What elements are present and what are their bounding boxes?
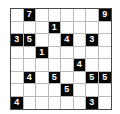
empty-cell-r2c3[interactable]	[36, 22, 49, 35]
empty-cell-r4c8[interactable]	[99, 47, 112, 60]
clue-cell-r8c7: 3	[86, 97, 99, 110]
empty-cell-r5c2[interactable]	[24, 59, 37, 72]
empty-cell-r1c1[interactable]	[11, 9, 24, 22]
empty-cell-r1c5[interactable]	[61, 9, 74, 22]
empty-cell-r5c1[interactable]	[11, 59, 24, 72]
clue-cell-r3c5: 4	[61, 34, 74, 47]
empty-cell-r2c2[interactable]	[24, 22, 37, 35]
empty-cell-r5c7[interactable]	[86, 59, 99, 72]
empty-cell-r8c6[interactable]	[74, 97, 87, 110]
clue-cell-r6c8: 5	[99, 72, 112, 85]
empty-cell-r2c6[interactable]	[74, 22, 87, 35]
empty-cell-r4c5[interactable]	[61, 47, 74, 60]
empty-cell-r7c1[interactable]	[11, 84, 24, 97]
clue-cell-r3c1: 3	[11, 34, 24, 47]
empty-cell-r4c1[interactable]	[11, 47, 24, 60]
clue-cell-r1c2: 7	[24, 9, 37, 22]
puzzle-board: 7913543144555543	[10, 8, 112, 110]
empty-cell-r4c4[interactable]	[49, 47, 62, 60]
empty-cell-r1c7[interactable]	[86, 9, 99, 22]
empty-cell-r8c8[interactable]	[99, 97, 112, 110]
empty-cell-r1c6[interactable]	[74, 9, 87, 22]
empty-cell-r3c3[interactable]	[36, 34, 49, 47]
empty-cell-r7c7[interactable]	[86, 84, 99, 97]
empty-cell-r2c8[interactable]	[99, 22, 112, 35]
empty-cell-r1c4[interactable]	[49, 9, 62, 22]
empty-cell-r7c6[interactable]	[74, 84, 87, 97]
empty-cell-r7c4[interactable]	[49, 84, 62, 97]
empty-cell-r5c3[interactable]	[36, 59, 49, 72]
empty-cell-r5c5[interactable]	[61, 59, 74, 72]
clue-cell-r7c5: 5	[61, 84, 74, 97]
empty-cell-r3c6[interactable]	[74, 34, 87, 47]
clue-cell-r6c2: 4	[24, 72, 37, 85]
empty-cell-r7c8[interactable]	[99, 84, 112, 97]
empty-cell-r4c2[interactable]	[24, 47, 37, 60]
empty-cell-r8c2[interactable]	[24, 97, 37, 110]
empty-cell-r6c3[interactable]	[36, 72, 49, 85]
empty-cell-r2c5[interactable]	[61, 22, 74, 35]
empty-cell-r7c3[interactable]	[36, 84, 49, 97]
clue-cell-r1c8: 9	[99, 9, 112, 22]
clue-cell-r6c4: 5	[49, 72, 62, 85]
empty-cell-r5c8[interactable]	[99, 59, 112, 72]
clue-cell-r4c3: 1	[36, 47, 49, 60]
clue-cell-r5c6: 4	[74, 59, 87, 72]
empty-cell-r8c5[interactable]	[61, 97, 74, 110]
empty-cell-r6c5[interactable]	[61, 72, 74, 85]
clue-cell-r3c7: 3	[86, 34, 99, 47]
empty-cell-r2c1[interactable]	[11, 22, 24, 35]
empty-cell-r2c7[interactable]	[86, 22, 99, 35]
empty-cell-r3c8[interactable]	[99, 34, 112, 47]
empty-cell-r8c3[interactable]	[36, 97, 49, 110]
clue-cell-r6c7: 5	[86, 72, 99, 85]
clue-cell-r2c4: 1	[49, 22, 62, 35]
puzzle-screen: 7913543144555543	[0, 0, 120, 114]
empty-cell-r8c4[interactable]	[49, 97, 62, 110]
empty-cell-r3c4[interactable]	[49, 34, 62, 47]
clue-cell-r8c1: 4	[11, 97, 24, 110]
empty-cell-r4c6[interactable]	[74, 47, 87, 60]
empty-cell-r6c6[interactable]	[74, 72, 87, 85]
clue-cell-r3c2: 5	[24, 34, 37, 47]
empty-cell-r7c2[interactable]	[24, 84, 37, 97]
empty-cell-r5c4[interactable]	[49, 59, 62, 72]
empty-cell-r6c1[interactable]	[11, 72, 24, 85]
empty-cell-r4c7[interactable]	[86, 47, 99, 60]
empty-cell-r1c3[interactable]	[36, 9, 49, 22]
